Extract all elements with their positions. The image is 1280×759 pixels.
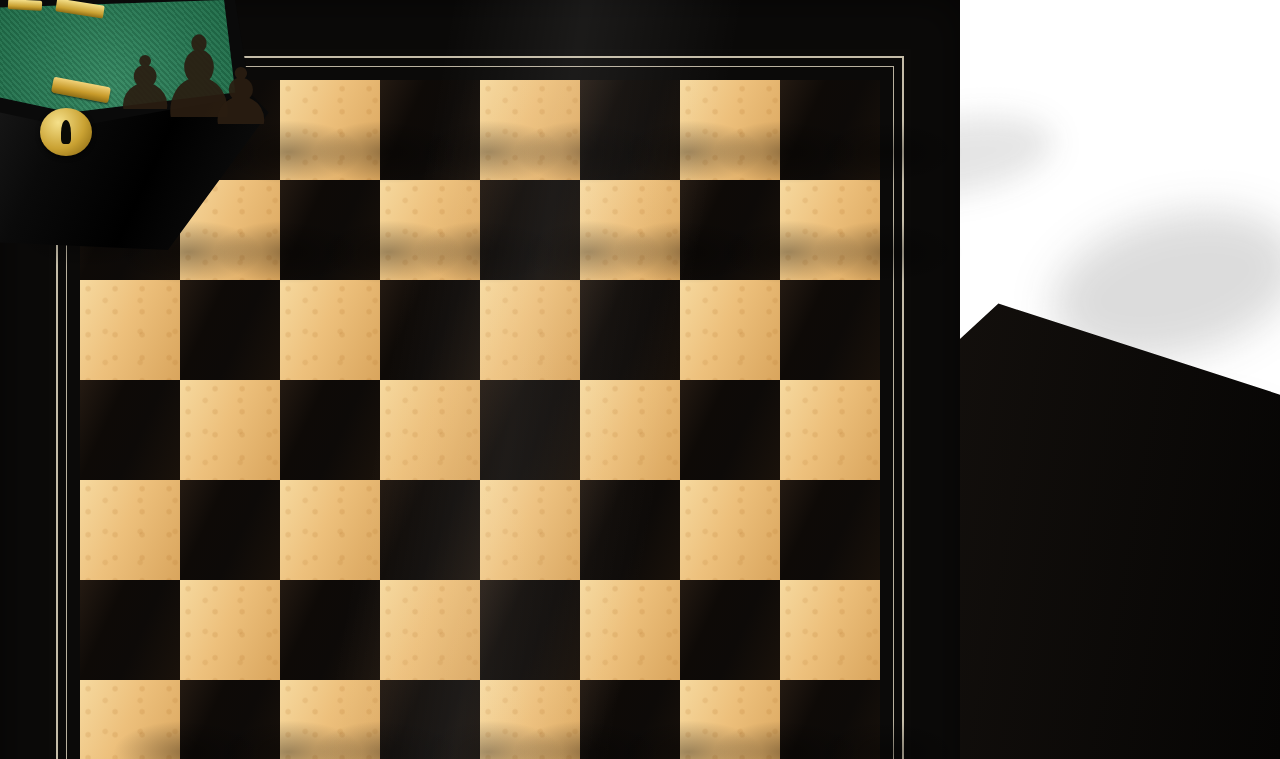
square-f3[interactable] — [280, 280, 380, 380]
square-b2[interactable] — [680, 180, 780, 280]
chess-storage-box: ♟♟♟ — [0, 0, 280, 250]
square-h7[interactable] — [80, 680, 180, 759]
square-d7[interactable] — [480, 680, 580, 759]
square-a3[interactable] — [780, 280, 880, 380]
square-h6[interactable] — [80, 580, 180, 680]
square-d5[interactable] — [480, 480, 580, 580]
square-d6[interactable] — [480, 580, 580, 680]
square-g4[interactable] — [180, 380, 280, 480]
square-e7[interactable] — [380, 680, 480, 759]
square-f2[interactable] — [280, 180, 380, 280]
keyhole-slot — [61, 120, 71, 144]
square-e2[interactable] — [380, 180, 480, 280]
square-a7[interactable] — [780, 680, 880, 759]
chess-set-product-photo: ♟♟♟ ♜♜♞♞♝♝♚♚♛♛♝♝♞♞♜♜♟♟♟♟♟♟♟♟♟♟♟♟♟♟♟♟♟♟♟♟… — [0, 0, 1280, 759]
brass-keyhole — [40, 108, 92, 156]
square-b7[interactable] — [680, 680, 780, 759]
square-c2[interactable] — [580, 180, 680, 280]
square-b1[interactable] — [680, 80, 780, 180]
cast-shadow — [1090, 420, 1280, 610]
square-g5[interactable] — [180, 480, 280, 580]
square-a6[interactable] — [780, 580, 880, 680]
square-c7[interactable] — [580, 680, 680, 759]
square-c5[interactable] — [580, 480, 680, 580]
square-a2[interactable] — [780, 180, 880, 280]
square-g3[interactable] — [180, 280, 280, 380]
square-a5[interactable] — [780, 480, 880, 580]
square-d2[interactable] — [480, 180, 580, 280]
square-d1[interactable] — [480, 80, 580, 180]
square-c6[interactable] — [580, 580, 680, 680]
square-b4[interactable] — [680, 380, 780, 480]
square-c1[interactable] — [580, 80, 680, 180]
square-d4[interactable] — [480, 380, 580, 480]
square-f7[interactable] — [280, 680, 380, 759]
square-e5[interactable] — [380, 480, 480, 580]
square-f5[interactable] — [280, 480, 380, 580]
square-g6[interactable] — [180, 580, 280, 680]
cast-shadow — [1037, 187, 1280, 383]
square-e6[interactable] — [380, 580, 480, 680]
square-e1[interactable] — [380, 80, 480, 180]
square-b3[interactable] — [680, 280, 780, 380]
square-f1[interactable] — [280, 80, 380, 180]
square-h3[interactable] — [80, 280, 180, 380]
square-d3[interactable] — [480, 280, 580, 380]
square-f4[interactable] — [280, 380, 380, 480]
square-b5[interactable] — [680, 480, 780, 580]
brass-hinge — [8, 0, 42, 11]
square-c3[interactable] — [580, 280, 680, 380]
square-e4[interactable] — [380, 380, 480, 480]
square-e3[interactable] — [380, 280, 480, 380]
square-h4[interactable] — [80, 380, 180, 480]
square-a4[interactable] — [780, 380, 880, 480]
square-a1[interactable] — [780, 80, 880, 180]
square-b6[interactable] — [680, 580, 780, 680]
square-c4[interactable] — [580, 380, 680, 480]
square-h5[interactable] — [80, 480, 180, 580]
square-g7[interactable] — [180, 680, 280, 759]
square-f6[interactable] — [280, 580, 380, 680]
